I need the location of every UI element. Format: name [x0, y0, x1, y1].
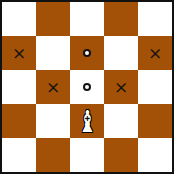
square-1-4[interactable]: × — [138, 36, 172, 70]
square-0-3[interactable] — [104, 2, 138, 36]
square-1-0[interactable]: × — [2, 36, 36, 70]
square-1-3[interactable] — [104, 36, 138, 70]
square-0-1[interactable] — [36, 2, 70, 36]
square-1-1[interactable] — [36, 36, 70, 70]
square-2-2[interactable] — [70, 70, 104, 104]
square-4-2[interactable] — [70, 138, 104, 172]
square-3-4[interactable] — [138, 104, 172, 138]
chess-board: ××××♝ — [0, 0, 174, 174]
square-3-1[interactable] — [36, 104, 70, 138]
square-0-4[interactable] — [138, 2, 172, 36]
x-attack-marker-icon: × — [114, 79, 128, 96]
x-attack-marker-icon: × — [46, 79, 60, 96]
square-4-4[interactable] — [138, 138, 172, 172]
square-0-2[interactable] — [70, 2, 104, 36]
square-2-1[interactable]: × — [36, 70, 70, 104]
square-1-2[interactable] — [70, 36, 104, 70]
square-4-0[interactable] — [2, 138, 36, 172]
square-3-3[interactable] — [104, 104, 138, 138]
circle-move-marker-icon — [83, 49, 91, 57]
white-bishop-piece[interactable]: ♝ — [77, 105, 96, 140]
square-2-3[interactable]: × — [104, 70, 138, 104]
square-2-4[interactable] — [138, 70, 172, 104]
x-attack-marker-icon: × — [12, 45, 26, 62]
square-0-0[interactable] — [2, 2, 36, 36]
square-3-0[interactable] — [2, 104, 36, 138]
square-3-2[interactable]: ♝ — [70, 104, 104, 138]
square-2-0[interactable] — [2, 70, 36, 104]
square-4-3[interactable] — [104, 138, 138, 172]
square-4-1[interactable] — [36, 138, 70, 172]
x-attack-marker-icon: × — [148, 45, 162, 62]
circle-move-marker-icon — [83, 83, 91, 91]
